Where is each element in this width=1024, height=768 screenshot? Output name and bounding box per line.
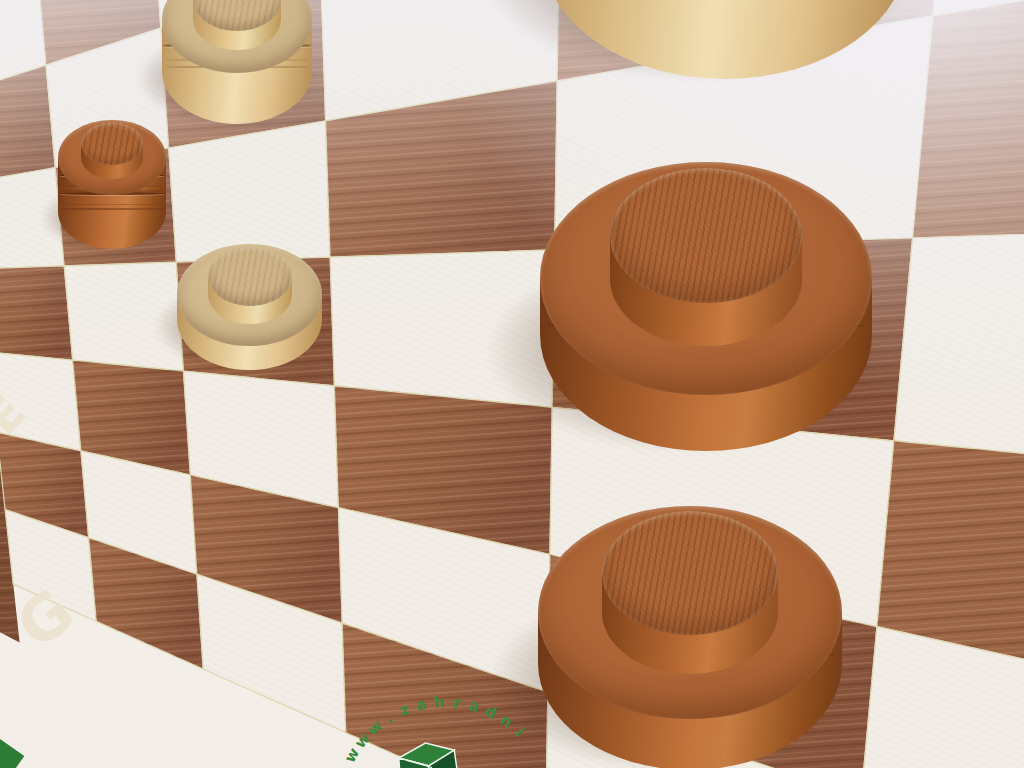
piece-knob-top [208, 247, 292, 306]
pieces-layer: ⛁⛁⛃⛀⛂⛂ [0, 0, 1024, 768]
piece-knob-top [81, 122, 143, 165]
piece-knob-top [602, 511, 778, 634]
piece-knob-top [610, 168, 803, 303]
photo-checkers-board: E G ⛁⛁⛃⛀⛂⛂ www.zahradni [0, 0, 1024, 768]
